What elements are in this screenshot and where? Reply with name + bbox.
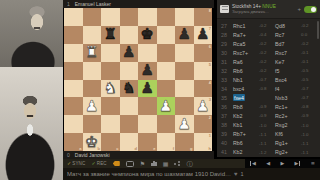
white-move[interactable]: Rb8 xyxy=(233,104,259,110)
square-g6[interactable] xyxy=(175,44,194,62)
white-eval: -1.2 xyxy=(259,150,275,155)
menu-icon[interactable]: ≡ xyxy=(311,161,315,166)
white-pawn: ♟ xyxy=(85,99,98,114)
engine-menu-icon[interactable] xyxy=(220,5,229,13)
white-move[interactable]: Rb6 xyxy=(233,140,259,146)
rec-indicator[interactable]: ✓ REC xyxy=(92,161,107,166)
square-d3[interactable] xyxy=(120,97,139,115)
square-c6[interactable] xyxy=(101,44,120,62)
black-move[interactable]: Rxg2 xyxy=(275,122,301,128)
black-pawn: ♟ xyxy=(122,45,135,60)
black-pawn: ♟ xyxy=(141,81,154,96)
square-c4[interactable]: ♞ xyxy=(101,80,120,98)
move-number: 36 xyxy=(221,104,233,110)
black-eval: 0.0 xyxy=(301,32,317,37)
engine-panel: Stockfish 14+ NNUE Загрузка движка... + … xyxy=(217,0,320,157)
square-e5[interactable]: ♟ xyxy=(138,62,157,80)
move-row: 27Rhc1-0.2Qd8-0.2 xyxy=(217,21,320,30)
square-a6[interactable] xyxy=(64,44,83,62)
square-c1[interactable]: c xyxy=(101,133,120,151)
comment-icon[interactable] xyxy=(126,161,134,167)
move-number: 38 xyxy=(221,122,233,128)
move-number: 30 xyxy=(221,50,233,56)
square-f1[interactable]: f xyxy=(157,133,176,151)
engine-status: Загрузка движка... xyxy=(232,9,294,14)
square-a4[interactable] xyxy=(64,80,83,98)
white-eval: -1.1 xyxy=(259,132,275,137)
tag-icon[interactable] xyxy=(113,161,120,166)
go-last-button[interactable]: ▶ xyxy=(295,161,301,166)
move-number: 34 xyxy=(221,86,233,92)
move-number: 33 xyxy=(221,77,233,83)
square-b7[interactable] xyxy=(83,26,102,44)
square-g1[interactable]: g xyxy=(175,133,194,151)
black-move[interactable]: f4 xyxy=(275,86,301,92)
square-d4[interactable]: ♞ xyxy=(120,80,139,98)
engine-header: Stockfish 14+ NNUE Загрузка движка... + xyxy=(217,0,320,19)
scrollbar-thumb[interactable] xyxy=(317,21,319,39)
engine-toggle[interactable] xyxy=(304,6,317,13)
black-eval: -1.0 xyxy=(301,123,317,128)
square-a3[interactable] xyxy=(64,97,83,115)
black-eval: -0.7 xyxy=(301,95,317,100)
square-e6[interactable] xyxy=(138,44,157,62)
square-f2[interactable] xyxy=(157,115,176,133)
square-c7[interactable]: ♜ xyxy=(101,26,120,44)
square-d5[interactable] xyxy=(120,62,139,80)
coord-rank-3: 3 xyxy=(209,98,211,102)
black-move[interactable]: Rc1+ xyxy=(275,104,301,110)
black-pawn: ♟ xyxy=(196,27,209,42)
square-f3[interactable]: ♟ xyxy=(157,97,176,115)
square-f7[interactable] xyxy=(157,26,176,44)
white-move[interactable]: Nb1 xyxy=(233,77,259,83)
move-number: 35 xyxy=(221,95,233,101)
black-eval: -0.5 xyxy=(301,68,317,73)
black-move[interactable]: Nxb3 xyxy=(275,95,301,101)
add-icon[interactable]: + xyxy=(297,6,301,12)
white-pawn: ♟ xyxy=(178,117,191,132)
move-row: 33Nb1-0.7Bxc4-0.5 xyxy=(217,75,320,84)
video-caption: Матч за звание чемпиона мира по шахматам… xyxy=(67,171,231,177)
rec-check-icon: ✓ xyxy=(92,161,96,166)
square-a5[interactable] xyxy=(64,62,83,80)
white-move[interactable]: Ra6 xyxy=(233,59,259,65)
white-eval: -0.2 xyxy=(259,68,275,73)
go-next-button[interactable]: ▶ xyxy=(280,161,284,166)
square-b1[interactable]: ♚b xyxy=(83,133,102,151)
move-row: 41Kb2-1.2Rg2+-1.1 xyxy=(217,148,320,157)
square-h3[interactable]: ♟3 xyxy=(194,97,213,115)
move-number: 32 xyxy=(221,68,233,74)
black-move[interactable]: Bxc4 xyxy=(275,77,301,83)
square-g4[interactable] xyxy=(175,80,194,98)
move-number: 29 xyxy=(221,41,233,47)
white-move[interactable]: bxc4 xyxy=(233,86,259,92)
white-eval: -0.8 xyxy=(259,86,275,91)
board-grid-icon[interactable]: ▦ xyxy=(163,161,169,167)
square-h5[interactable]: 5 xyxy=(194,62,213,80)
like-count: 1 xyxy=(241,171,244,177)
black-pawn: ♟ xyxy=(141,63,154,78)
black-move[interactable]: Rc2+ xyxy=(275,113,301,119)
square-e2[interactable] xyxy=(138,115,157,133)
chart-icon[interactable] xyxy=(151,161,157,166)
white-eval: -1.0 xyxy=(259,123,275,128)
square-h2[interactable]: 2 xyxy=(194,115,213,133)
square-b8[interactable] xyxy=(83,8,102,26)
square-h6[interactable]: 6 xyxy=(194,44,213,62)
black-knight: ♞ xyxy=(122,81,135,96)
square-e1[interactable]: e xyxy=(138,133,157,151)
black-move[interactable]: Qd8 xyxy=(275,23,301,29)
square-e7[interactable]: ♚ xyxy=(138,26,157,44)
coord-rank-6: 6 xyxy=(209,45,211,49)
coord-rank-4: 4 xyxy=(209,81,211,85)
coord-rank-1: 1 xyxy=(209,134,211,138)
black-player-name: Emanuel Lasker xyxy=(75,1,111,7)
white-pawn: ♟ xyxy=(159,99,172,114)
coord-rank-8: 8 xyxy=(209,9,211,13)
coord-rank-7: 7 xyxy=(209,27,211,31)
heart-icon[interactable]: ♥ xyxy=(234,171,238,177)
square-h1[interactable]: 1h xyxy=(194,133,213,151)
move-number: 31 xyxy=(221,59,233,65)
sync-check-icon: ✓ xyxy=(67,161,71,166)
square-g7[interactable]: ♟ xyxy=(175,26,194,44)
white-move[interactable]: Kb1 xyxy=(233,122,259,128)
move-row: 29Rca5-0.2Bd7-0.2 xyxy=(217,39,320,48)
white-move[interactable]: Rb6 xyxy=(233,68,259,74)
square-b3[interactable]: ♟ xyxy=(83,97,102,115)
move-row: 31Ra6-0.2Ke7-0.1 xyxy=(217,57,320,66)
square-g8[interactable] xyxy=(175,8,194,26)
white-eval: -0.2 xyxy=(259,41,275,46)
move-row: 32Rb6-0.2f5-0.5 xyxy=(217,66,320,75)
move-number: 27 xyxy=(221,23,233,29)
black-eval: -0.1 xyxy=(301,50,317,55)
go-prev-button[interactable]: ◀ xyxy=(266,161,270,166)
square-a7[interactable] xyxy=(64,26,83,44)
move-row: 38Kb1-1.0Rxg2-1.0 xyxy=(217,121,320,130)
black-move[interactable]: Rg2+ xyxy=(275,149,301,155)
square-c5[interactable] xyxy=(101,62,120,80)
photo-emanuel-lasker xyxy=(0,0,63,67)
white-move[interactable]: Rca5 xyxy=(233,41,259,47)
square-c2[interactable] xyxy=(101,115,120,133)
square-c8[interactable] xyxy=(101,8,120,26)
white-move[interactable]: Kb2 xyxy=(233,113,259,119)
square-e4[interactable]: ♟ xyxy=(138,80,157,98)
move-row: 40Rb6-1.1Rg1+-1.1 xyxy=(217,139,320,148)
square-a2[interactable] xyxy=(64,115,83,133)
white-eval: -0.2 xyxy=(259,59,275,64)
white-move[interactable]: Rhc1 xyxy=(233,23,259,29)
video-frame: 1 Emanuel Lasker 8♜♚♟♟7♜♟6♟5♞♞♟4♟♟♟3♟2a♚… xyxy=(0,0,320,180)
white-eval: -0.7 xyxy=(259,77,275,82)
square-f8[interactable] xyxy=(157,8,176,26)
black-move[interactable]: Ke7 xyxy=(275,59,301,65)
move-row: 37Kb2-0.9Rc2+-0.9 xyxy=(217,111,320,120)
white-eval: -0.2 xyxy=(259,50,275,55)
square-d8[interactable] xyxy=(120,8,139,26)
square-f6[interactable] xyxy=(157,44,176,62)
white-player-name: David Janowski xyxy=(75,152,110,158)
square-a8[interactable] xyxy=(64,8,83,26)
black-rook: ♜ xyxy=(104,27,117,42)
square-b5[interactable] xyxy=(83,62,102,80)
move-list: 27Rhc1-0.2Qd8-0.228Ra7+-0.4Rc70.029Rca5-… xyxy=(217,21,320,157)
white-move[interactable]: Ra7+ xyxy=(233,32,259,38)
square-h4[interactable]: 4 xyxy=(194,80,213,98)
move-number: 40 xyxy=(221,140,233,146)
square-e8[interactable] xyxy=(138,8,157,26)
square-a1[interactable]: a xyxy=(64,133,83,151)
black-move[interactable]: Rxc7 xyxy=(275,50,301,56)
black-pawn: ♟ xyxy=(178,27,191,42)
move-row: 35fxe4Nxb3-0.7 xyxy=(217,93,320,102)
white-move[interactable]: Rxc7+ xyxy=(233,50,259,56)
black-move[interactable]: f5 xyxy=(275,68,301,74)
white-move[interactable]: Kb2 xyxy=(233,149,259,155)
caption-bar: Матч за звание чемпиона мира по шахматам… xyxy=(63,168,320,180)
black-score: 1 xyxy=(67,1,70,7)
square-c3[interactable] xyxy=(101,97,120,115)
square-b4[interactable] xyxy=(83,80,102,98)
move-number: 37 xyxy=(221,113,233,119)
square-h7[interactable]: ♟7 xyxy=(194,26,213,44)
move-number: 28 xyxy=(221,32,233,38)
black-eval: -1.0 xyxy=(301,132,317,137)
white-eval: -1.1 xyxy=(259,141,275,146)
square-d6[interactable]: ♟ xyxy=(120,44,139,62)
black-move[interactable]: Kf6 xyxy=(275,131,301,137)
white-eval: -0.4 xyxy=(259,32,275,37)
black-move[interactable]: Bd7 xyxy=(275,41,301,47)
black-eval: -1.1 xyxy=(301,141,317,146)
move-number: 41 xyxy=(221,149,233,155)
square-g3[interactable] xyxy=(175,97,194,115)
black-move[interactable]: Rc7 xyxy=(275,32,301,38)
info-icon[interactable]: ⓘ xyxy=(186,161,192,167)
black-eval: -0.9 xyxy=(301,113,317,118)
square-e3[interactable] xyxy=(138,97,157,115)
white-eval: -0.2 xyxy=(259,23,275,28)
move-row: 34bxc4-0.8f4-0.7 xyxy=(217,84,320,93)
square-b6[interactable]: ♜ xyxy=(83,44,102,62)
black-eval: -0.7 xyxy=(301,86,317,91)
white-player-bar: 0 David Janowski xyxy=(63,151,214,159)
white-score: 0 xyxy=(67,152,70,158)
black-player-bar: 1 Emanuel Lasker xyxy=(63,0,214,8)
square-g5[interactable] xyxy=(175,62,194,80)
chess-board[interactable]: 8♜♚♟♟7♜♟6♟5♞♞♟4♟♟♟3♟2a♚bcdefg1h xyxy=(64,8,212,151)
move-row: 30Rxc7+-0.2Rxc7-0.1 xyxy=(217,48,320,57)
white-eval: -0.9 xyxy=(259,104,275,109)
square-b2[interactable] xyxy=(83,115,102,133)
engine-badge: NNUE xyxy=(262,4,276,9)
white-eval: -0.9 xyxy=(259,113,275,118)
white-pawn: ♟ xyxy=(196,99,209,114)
black-eval: -0.5 xyxy=(301,77,317,82)
photo-david-janowski xyxy=(0,67,63,180)
move-row: 28Ra7+-0.4Rc70.0 xyxy=(217,30,320,39)
sync-indicator[interactable]: ✓ SYNC xyxy=(67,161,86,166)
white-move[interactable]: fxe4 xyxy=(233,94,245,101)
square-f4[interactable] xyxy=(157,80,176,98)
square-f5[interactable] xyxy=(157,62,176,80)
square-g2[interactable]: ♟ xyxy=(175,115,194,133)
square-h8[interactable]: 8 xyxy=(194,8,213,26)
black-eval: -1.1 xyxy=(301,150,317,155)
flag-icon[interactable]: ⚑ xyxy=(140,161,145,167)
white-rook: ♜ xyxy=(85,45,98,60)
white-move[interactable]: Rb7+ xyxy=(233,131,259,137)
black-move[interactable]: Rg1+ xyxy=(275,140,301,146)
white-knight: ♞ xyxy=(104,81,117,96)
go-first-button[interactable]: ◀ xyxy=(250,161,256,166)
sync-label: SYNC xyxy=(72,161,85,166)
move-row: 39Rb7+-1.1Kf6-1.0 xyxy=(217,130,320,139)
move-row: 36Rb8-0.9Rc1+-0.8 xyxy=(217,102,320,111)
black-eval: -0.2 xyxy=(301,41,317,46)
square-d7[interactable] xyxy=(120,26,139,44)
black-eval: -0.8 xyxy=(301,104,317,109)
white-king: ♚ xyxy=(85,135,98,150)
square-d1[interactable]: d xyxy=(120,133,139,151)
coord-rank-2: 2 xyxy=(209,116,211,120)
square-d2[interactable] xyxy=(120,115,139,133)
rec-label: REC xyxy=(97,161,107,166)
stream-toolbar: ✓ SYNC ✓ REC ⚑ ▦ ⓘ xyxy=(63,159,245,168)
move-nav-bar: ◀ ◀ ▶ ▶ ≡ xyxy=(245,159,320,168)
black-eval: -0.2 xyxy=(301,23,317,28)
coord-rank-5: 5 xyxy=(209,63,211,67)
black-eval: -0.1 xyxy=(301,59,317,64)
black-king: ♚ xyxy=(141,27,154,42)
move-number: 39 xyxy=(221,131,233,137)
share-icon[interactable] xyxy=(174,161,180,166)
